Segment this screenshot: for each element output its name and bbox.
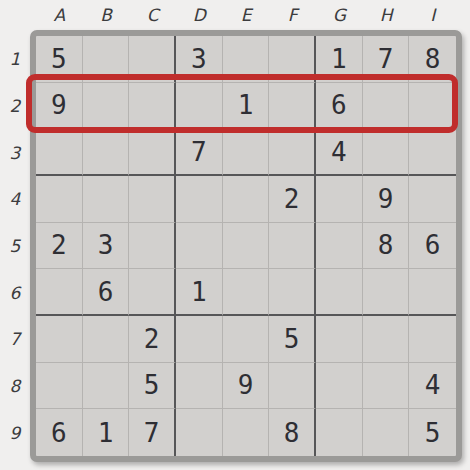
- cell-E8[interactable]: 9: [223, 363, 270, 410]
- cell-G8[interactable]: [316, 363, 363, 410]
- cell-F6[interactable]: [269, 269, 316, 316]
- cell-G7[interactable]: [316, 316, 363, 363]
- cell-I1[interactable]: 8: [409, 36, 456, 83]
- cell-D9[interactable]: [176, 409, 223, 456]
- column-label-F: F: [269, 2, 316, 28]
- cell-A7[interactable]: [36, 316, 83, 363]
- column-label-A: A: [36, 2, 83, 28]
- cell-E9[interactable]: [223, 409, 270, 456]
- cell-D2[interactable]: [176, 83, 223, 130]
- row-label-8: 8: [2, 363, 28, 410]
- cell-G2[interactable]: 6: [316, 83, 363, 130]
- cell-H6[interactable]: [363, 269, 410, 316]
- cell-G5[interactable]: [316, 223, 363, 270]
- cell-I2[interactable]: [409, 83, 456, 130]
- cell-A6[interactable]: [36, 269, 83, 316]
- cell-A1[interactable]: 5: [36, 36, 83, 83]
- row-label-3: 3: [2, 129, 28, 176]
- cell-B9[interactable]: 1: [83, 409, 130, 456]
- row-label-7: 7: [2, 316, 28, 363]
- cell-F1[interactable]: [269, 36, 316, 83]
- cell-I5[interactable]: 6: [409, 223, 456, 270]
- cell-B5[interactable]: 3: [83, 223, 130, 270]
- cell-G9[interactable]: [316, 409, 363, 456]
- cell-F5[interactable]: [269, 223, 316, 270]
- cell-H2[interactable]: [363, 83, 410, 130]
- cell-F4[interactable]: 2: [269, 176, 316, 223]
- cell-A2[interactable]: 9: [36, 83, 83, 130]
- cell-I3[interactable]: [409, 129, 456, 176]
- cell-A4[interactable]: [36, 176, 83, 223]
- cell-H3[interactable]: [363, 129, 410, 176]
- cell-C3[interactable]: [129, 129, 176, 176]
- sudoku-board: 5317891674292386612559461785: [30, 30, 462, 462]
- cell-D1[interactable]: 3: [176, 36, 223, 83]
- cell-C6[interactable]: [129, 269, 176, 316]
- cell-I7[interactable]: [409, 316, 456, 363]
- row-label-2: 2: [2, 83, 28, 130]
- cell-B2[interactable]: [83, 83, 130, 130]
- column-label-C: C: [129, 2, 176, 28]
- cell-B3[interactable]: [83, 129, 130, 176]
- cell-H5[interactable]: 8: [363, 223, 410, 270]
- cell-H9[interactable]: [363, 409, 410, 456]
- column-label-H: H: [363, 2, 410, 28]
- cell-G1[interactable]: 1: [316, 36, 363, 83]
- cell-F9[interactable]: 8: [269, 409, 316, 456]
- cell-D8[interactable]: [176, 363, 223, 410]
- cell-H8[interactable]: [363, 363, 410, 410]
- cell-D7[interactable]: [176, 316, 223, 363]
- cell-C1[interactable]: [129, 36, 176, 83]
- cell-D3[interactable]: 7: [176, 129, 223, 176]
- column-label-B: B: [83, 2, 130, 28]
- cell-F8[interactable]: [269, 363, 316, 410]
- cell-A3[interactable]: [36, 129, 83, 176]
- column-label-E: E: [223, 2, 270, 28]
- cell-I8[interactable]: 4: [409, 363, 456, 410]
- cell-H7[interactable]: [363, 316, 410, 363]
- cell-E2[interactable]: 1: [223, 83, 270, 130]
- cell-E1[interactable]: [223, 36, 270, 83]
- cell-B6[interactable]: 6: [83, 269, 130, 316]
- cell-A8[interactable]: [36, 363, 83, 410]
- cell-B4[interactable]: [83, 176, 130, 223]
- sudoku-page: ABCDEFGHI 123456789 53178916742923866125…: [0, 0, 470, 470]
- cell-I9[interactable]: 5: [409, 409, 456, 456]
- cell-E5[interactable]: [223, 223, 270, 270]
- column-label-I: I: [409, 2, 456, 28]
- cell-G4[interactable]: [316, 176, 363, 223]
- cell-B8[interactable]: [83, 363, 130, 410]
- cell-F3[interactable]: [269, 129, 316, 176]
- cell-D5[interactable]: [176, 223, 223, 270]
- cell-E6[interactable]: [223, 269, 270, 316]
- cell-C4[interactable]: [129, 176, 176, 223]
- cell-A9[interactable]: 6: [36, 409, 83, 456]
- cell-D4[interactable]: [176, 176, 223, 223]
- cell-E7[interactable]: [223, 316, 270, 363]
- cell-E3[interactable]: [223, 129, 270, 176]
- cell-D6[interactable]: 1: [176, 269, 223, 316]
- cell-H1[interactable]: 7: [363, 36, 410, 83]
- column-label-D: D: [176, 2, 223, 28]
- cell-E4[interactable]: [223, 176, 270, 223]
- row-label-6: 6: [2, 269, 28, 316]
- cell-F7[interactable]: 5: [269, 316, 316, 363]
- cell-I4[interactable]: [409, 176, 456, 223]
- column-labels: ABCDEFGHI: [36, 2, 456, 28]
- cell-B1[interactable]: [83, 36, 130, 83]
- row-label-4: 4: [2, 176, 28, 223]
- cell-B7[interactable]: [83, 316, 130, 363]
- cell-I6[interactable]: [409, 269, 456, 316]
- column-label-G: G: [316, 2, 363, 28]
- row-label-9: 9: [2, 409, 28, 456]
- cell-C7[interactable]: 2: [129, 316, 176, 363]
- cell-G6[interactable]: [316, 269, 363, 316]
- row-labels: 123456789: [2, 36, 28, 456]
- cell-H4[interactable]: 9: [363, 176, 410, 223]
- cell-C5[interactable]: [129, 223, 176, 270]
- cell-C9[interactable]: 7: [129, 409, 176, 456]
- cell-G3[interactable]: 4: [316, 129, 363, 176]
- row-label-5: 5: [2, 223, 28, 270]
- cell-A5[interactable]: 2: [36, 223, 83, 270]
- cell-C2[interactable]: [129, 83, 176, 130]
- cell-F2[interactable]: [269, 83, 316, 130]
- cell-C8[interactable]: 5: [129, 363, 176, 410]
- row-label-1: 1: [2, 36, 28, 83]
